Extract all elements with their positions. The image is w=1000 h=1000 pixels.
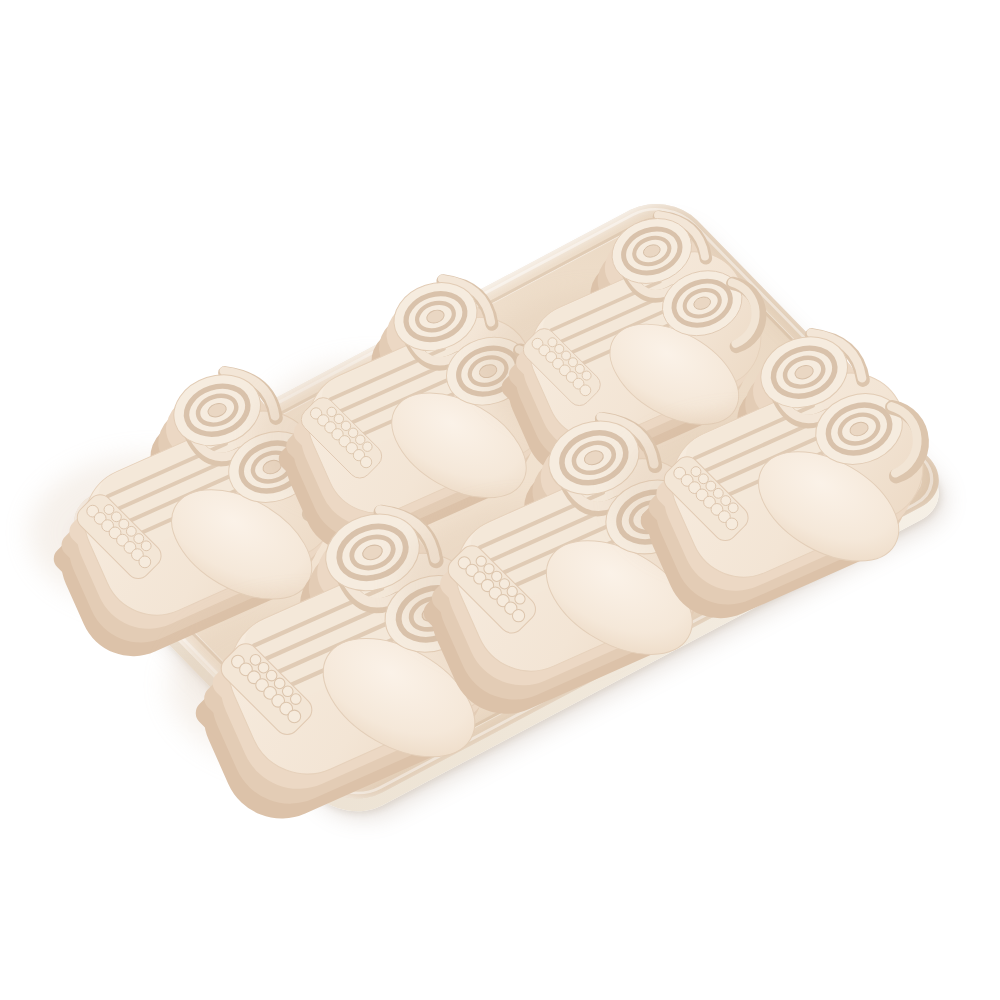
product-photo	[0, 0, 1000, 1000]
owl-cavity-front-right	[665, 284, 1000, 617]
owl-cavities	[0, 0, 1000, 1000]
